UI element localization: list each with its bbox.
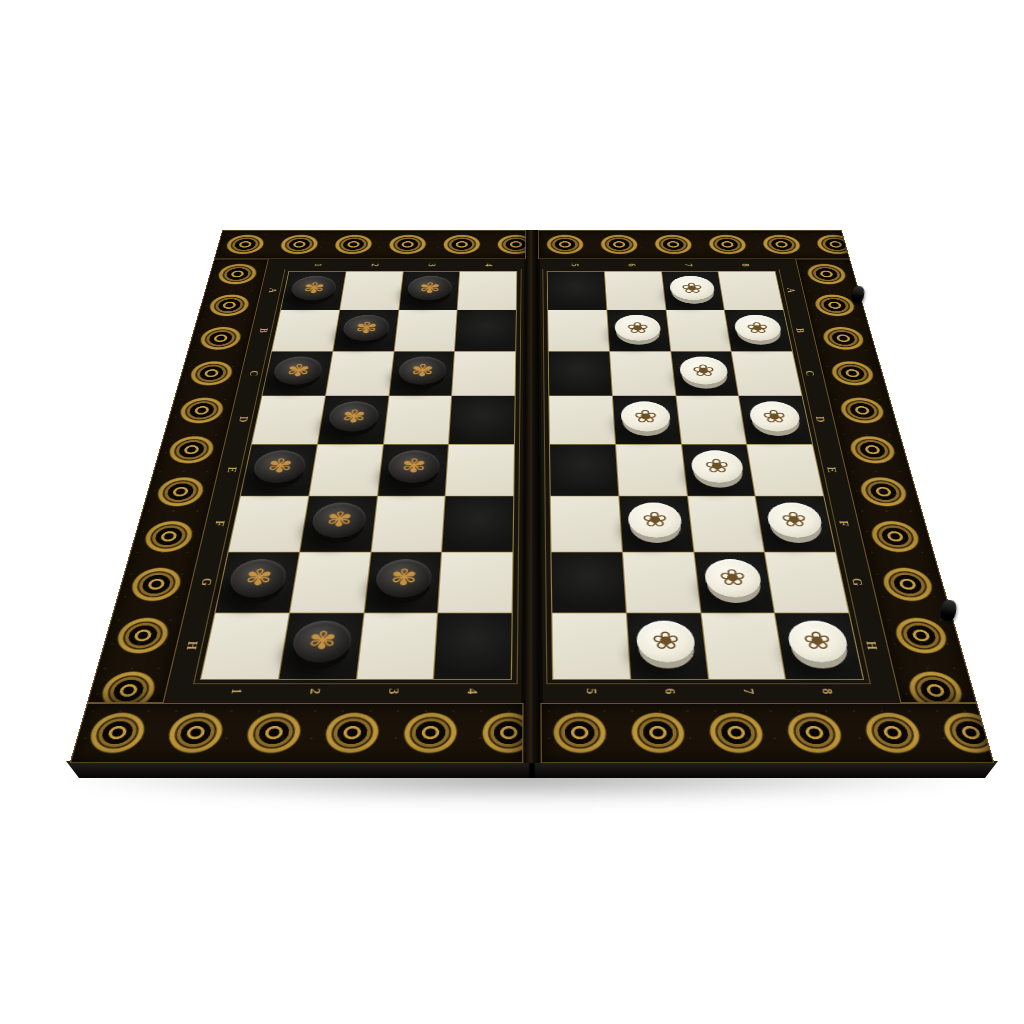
piece-light-B6[interactable]: ❀	[614, 315, 662, 341]
column-labels-bottom-right: 5678	[552, 680, 869, 703]
column-label-5: 5	[547, 259, 604, 271]
column-label-1: 1	[195, 680, 278, 703]
square-B8[interactable]: ❀	[725, 310, 792, 351]
hinge-gap-front	[528, 761, 536, 778]
square-F5[interactable]	[551, 496, 622, 551]
column-label-6: 6	[603, 259, 661, 271]
square-E1[interactable]: ✾	[241, 444, 317, 495]
piece-light-F8[interactable]: ❀	[765, 502, 825, 537]
square-C5[interactable]	[549, 352, 612, 396]
square-G3[interactable]: ✾	[364, 552, 441, 612]
board-perspective-wrapper: 1234 1234 ABCDEFGH ✾✾✾✾✾✾✾✾✾✾✾✾ 5678 567…	[70, 230, 995, 763]
piece-rosette-engraving: ✾	[243, 567, 274, 589]
square-E8[interactable]	[747, 444, 823, 495]
square-C8[interactable]	[732, 352, 802, 396]
piece-dark-E3[interactable]: ✾	[387, 450, 441, 483]
piece-dark-C1[interactable]: ✾	[272, 357, 325, 385]
square-H2[interactable]: ✾	[279, 613, 363, 679]
piece-rosette-engraving: ❀	[801, 629, 834, 653]
square-A6[interactable]	[605, 272, 666, 310]
piece-light-D6[interactable]: ❀	[620, 402, 672, 432]
column-labels-top-left: 1234	[288, 259, 517, 271]
square-A7[interactable]: ❀	[662, 272, 724, 310]
piece-rosette-engraving: ✾	[410, 363, 434, 379]
piece-rosette-engraving: ❀	[626, 320, 649, 335]
board-leaf-right: 5678 5678 ABCDEFGH ❀❀❀❀❀❀❀❀❀❀❀❀	[538, 230, 995, 763]
column-label-6: 6	[630, 680, 711, 703]
ornament-border-top-right-leaf	[538, 230, 850, 259]
square-F4[interactable]	[442, 496, 513, 551]
square-D5[interactable]	[549, 396, 614, 443]
square-A5[interactable]	[548, 272, 607, 310]
piece-dark-A3[interactable]: ✾	[407, 276, 453, 300]
square-G1[interactable]: ✾	[216, 552, 299, 612]
column-label-7: 7	[660, 259, 719, 271]
square-E2[interactable]	[309, 444, 382, 495]
piece-rosette-engraving: ❀	[633, 408, 658, 425]
column-label-3: 3	[403, 259, 461, 271]
column-label-7: 7	[708, 680, 790, 703]
piece-light-C7[interactable]: ❀	[678, 357, 729, 385]
piece-rosette-engraving: ✾	[354, 320, 378, 335]
square-D8[interactable]: ❀	[739, 396, 812, 443]
piece-rosette-engraving: ✾	[307, 629, 338, 653]
square-A1[interactable]: ✾	[281, 272, 345, 310]
square-E7[interactable]: ❀	[682, 444, 755, 495]
piece-dark-D2[interactable]: ✾	[327, 402, 380, 432]
piece-rosette-engraving: ❀	[779, 510, 809, 530]
square-D1[interactable]	[252, 396, 325, 443]
square-F6[interactable]: ❀	[619, 496, 693, 551]
square-B4[interactable]	[455, 310, 516, 351]
square-D4[interactable]	[449, 396, 514, 443]
square-F7[interactable]	[688, 496, 765, 551]
square-E5[interactable]	[550, 444, 618, 495]
square-D2[interactable]: ✾	[318, 396, 388, 443]
piece-light-E7[interactable]: ❀	[690, 450, 745, 483]
piece-rosette-engraving: ❀	[641, 510, 669, 530]
square-H5[interactable]	[552, 613, 629, 679]
piece-rosette-engraving: ❀	[718, 567, 748, 589]
piece-rosette-engraving: ✾	[418, 281, 441, 295]
latch-hinge-bottom	[939, 599, 957, 622]
square-E4[interactable]	[446, 444, 514, 495]
column-label-8: 8	[716, 259, 775, 271]
square-A2[interactable]	[340, 272, 402, 310]
square-A8[interactable]	[719, 272, 783, 310]
square-C4[interactable]	[452, 352, 515, 396]
piece-rosette-engraving: ✾	[285, 363, 311, 379]
product-photo-scene: 1234 1234 ABCDEFGH ✾✾✾✾✾✾✾✾✾✾✾✾ 5678 567…	[0, 0, 1024, 1024]
piece-dark-B2[interactable]: ✾	[342, 315, 391, 341]
column-label-8: 8	[786, 680, 869, 703]
square-G6[interactable]	[623, 552, 700, 612]
piece-light-D8[interactable]: ❀	[747, 402, 802, 432]
square-B1[interactable]	[272, 310, 339, 351]
piece-rosette-engraving: ✾	[401, 457, 427, 476]
piece-rosette-engraving: ❀	[745, 320, 770, 335]
square-H3[interactable]	[357, 613, 438, 679]
column-label-1: 1	[288, 259, 347, 271]
piece-rosette-engraving: ❀	[761, 408, 788, 425]
board-front-edge	[66, 761, 998, 778]
square-F8[interactable]: ❀	[756, 496, 835, 551]
square-D7[interactable]	[676, 396, 746, 443]
square-G8[interactable]	[765, 552, 848, 612]
square-C2[interactable]	[326, 352, 393, 396]
piece-light-F6[interactable]: ❀	[627, 502, 683, 537]
column-label-4: 4	[432, 680, 511, 703]
piece-light-H8[interactable]: ❀	[785, 621, 851, 663]
square-G2[interactable]	[290, 552, 370, 612]
square-D3[interactable]	[384, 396, 452, 443]
ornament-border-bottom-right-leaf	[540, 703, 994, 763]
square-F2[interactable]: ✾	[300, 496, 377, 551]
piece-light-H6[interactable]: ❀	[636, 621, 697, 663]
piece-dark-E1[interactable]: ✾	[251, 450, 308, 483]
square-B2[interactable]: ✾	[333, 310, 398, 351]
square-B5[interactable]	[548, 310, 609, 351]
column-labels-bottom-left: 1234	[195, 680, 512, 703]
column-label-5: 5	[552, 680, 631, 703]
piece-rosette-engraving: ✾	[341, 408, 367, 425]
piece-light-B8[interactable]: ❀	[732, 315, 783, 341]
piece-rosette-engraving: ❀	[680, 281, 703, 295]
square-H1[interactable]	[201, 613, 288, 679]
board-leaf-left: 1234 1234 ABCDEFGH ✾✾✾✾✾✾✾✾✾✾✾✾	[70, 230, 527, 763]
piece-dark-G3[interactable]: ✾	[374, 559, 433, 597]
square-A4[interactable]	[458, 272, 517, 310]
column-label-3: 3	[353, 680, 434, 703]
piece-dark-A1[interactable]: ✾	[290, 276, 339, 300]
ornament-border-bottom-left-leaf	[70, 703, 524, 763]
piece-rosette-engraving: ✾	[389, 567, 418, 589]
square-H7[interactable]	[701, 613, 785, 679]
piece-light-G7[interactable]: ❀	[703, 559, 764, 597]
piece-rosette-engraving: ❀	[691, 363, 716, 379]
square-E3[interactable]: ✾	[378, 444, 449, 495]
square-C7[interactable]: ❀	[671, 352, 738, 396]
column-label-2: 2	[274, 680, 356, 703]
piece-rosette-engraving: ✾	[325, 510, 354, 530]
latch-hinge-top	[851, 285, 866, 304]
piece-rosette-engraving: ❀	[651, 629, 681, 653]
square-B6[interactable]: ❀	[607, 310, 670, 351]
square-G5[interactable]	[552, 552, 626, 612]
square-A3[interactable]: ✾	[399, 272, 460, 310]
square-C3[interactable]: ✾	[389, 352, 454, 396]
ornament-border-top-left-leaf	[214, 230, 526, 259]
square-H8[interactable]: ❀	[775, 613, 862, 679]
piece-dark-F2[interactable]: ✾	[310, 502, 368, 537]
piece-light-A7[interactable]: ❀	[669, 276, 716, 300]
square-F3[interactable]	[371, 496, 445, 551]
square-B3[interactable]	[394, 310, 457, 351]
piece-rosette-engraving: ✾	[302, 281, 326, 295]
column-label-2: 2	[346, 259, 405, 271]
piece-rosette-engraving: ❀	[703, 457, 730, 476]
piece-dark-C3[interactable]: ✾	[397, 357, 447, 385]
square-H6[interactable]: ❀	[627, 613, 708, 679]
square-C1[interactable]: ✾	[262, 352, 332, 396]
piece-rosette-engraving: ✾	[266, 457, 294, 476]
square-H4[interactable]	[434, 613, 511, 679]
piece-dark-H2[interactable]: ✾	[290, 621, 353, 663]
folding-checkers-board: 1234 1234 ABCDEFGH ✾✾✾✾✾✾✾✾✾✾✾✾ 5678 567…	[70, 230, 995, 763]
column-labels-top-right: 5678	[547, 259, 776, 271]
square-G4[interactable]	[438, 552, 512, 612]
piece-dark-G1[interactable]: ✾	[227, 559, 289, 597]
square-F1[interactable]	[229, 496, 308, 551]
square-D6[interactable]: ❀	[613, 396, 681, 443]
square-B7[interactable]	[666, 310, 731, 351]
square-C6[interactable]	[610, 352, 675, 396]
square-G7[interactable]: ❀	[694, 552, 774, 612]
column-label-4: 4	[460, 259, 517, 271]
square-E6[interactable]	[616, 444, 687, 495]
